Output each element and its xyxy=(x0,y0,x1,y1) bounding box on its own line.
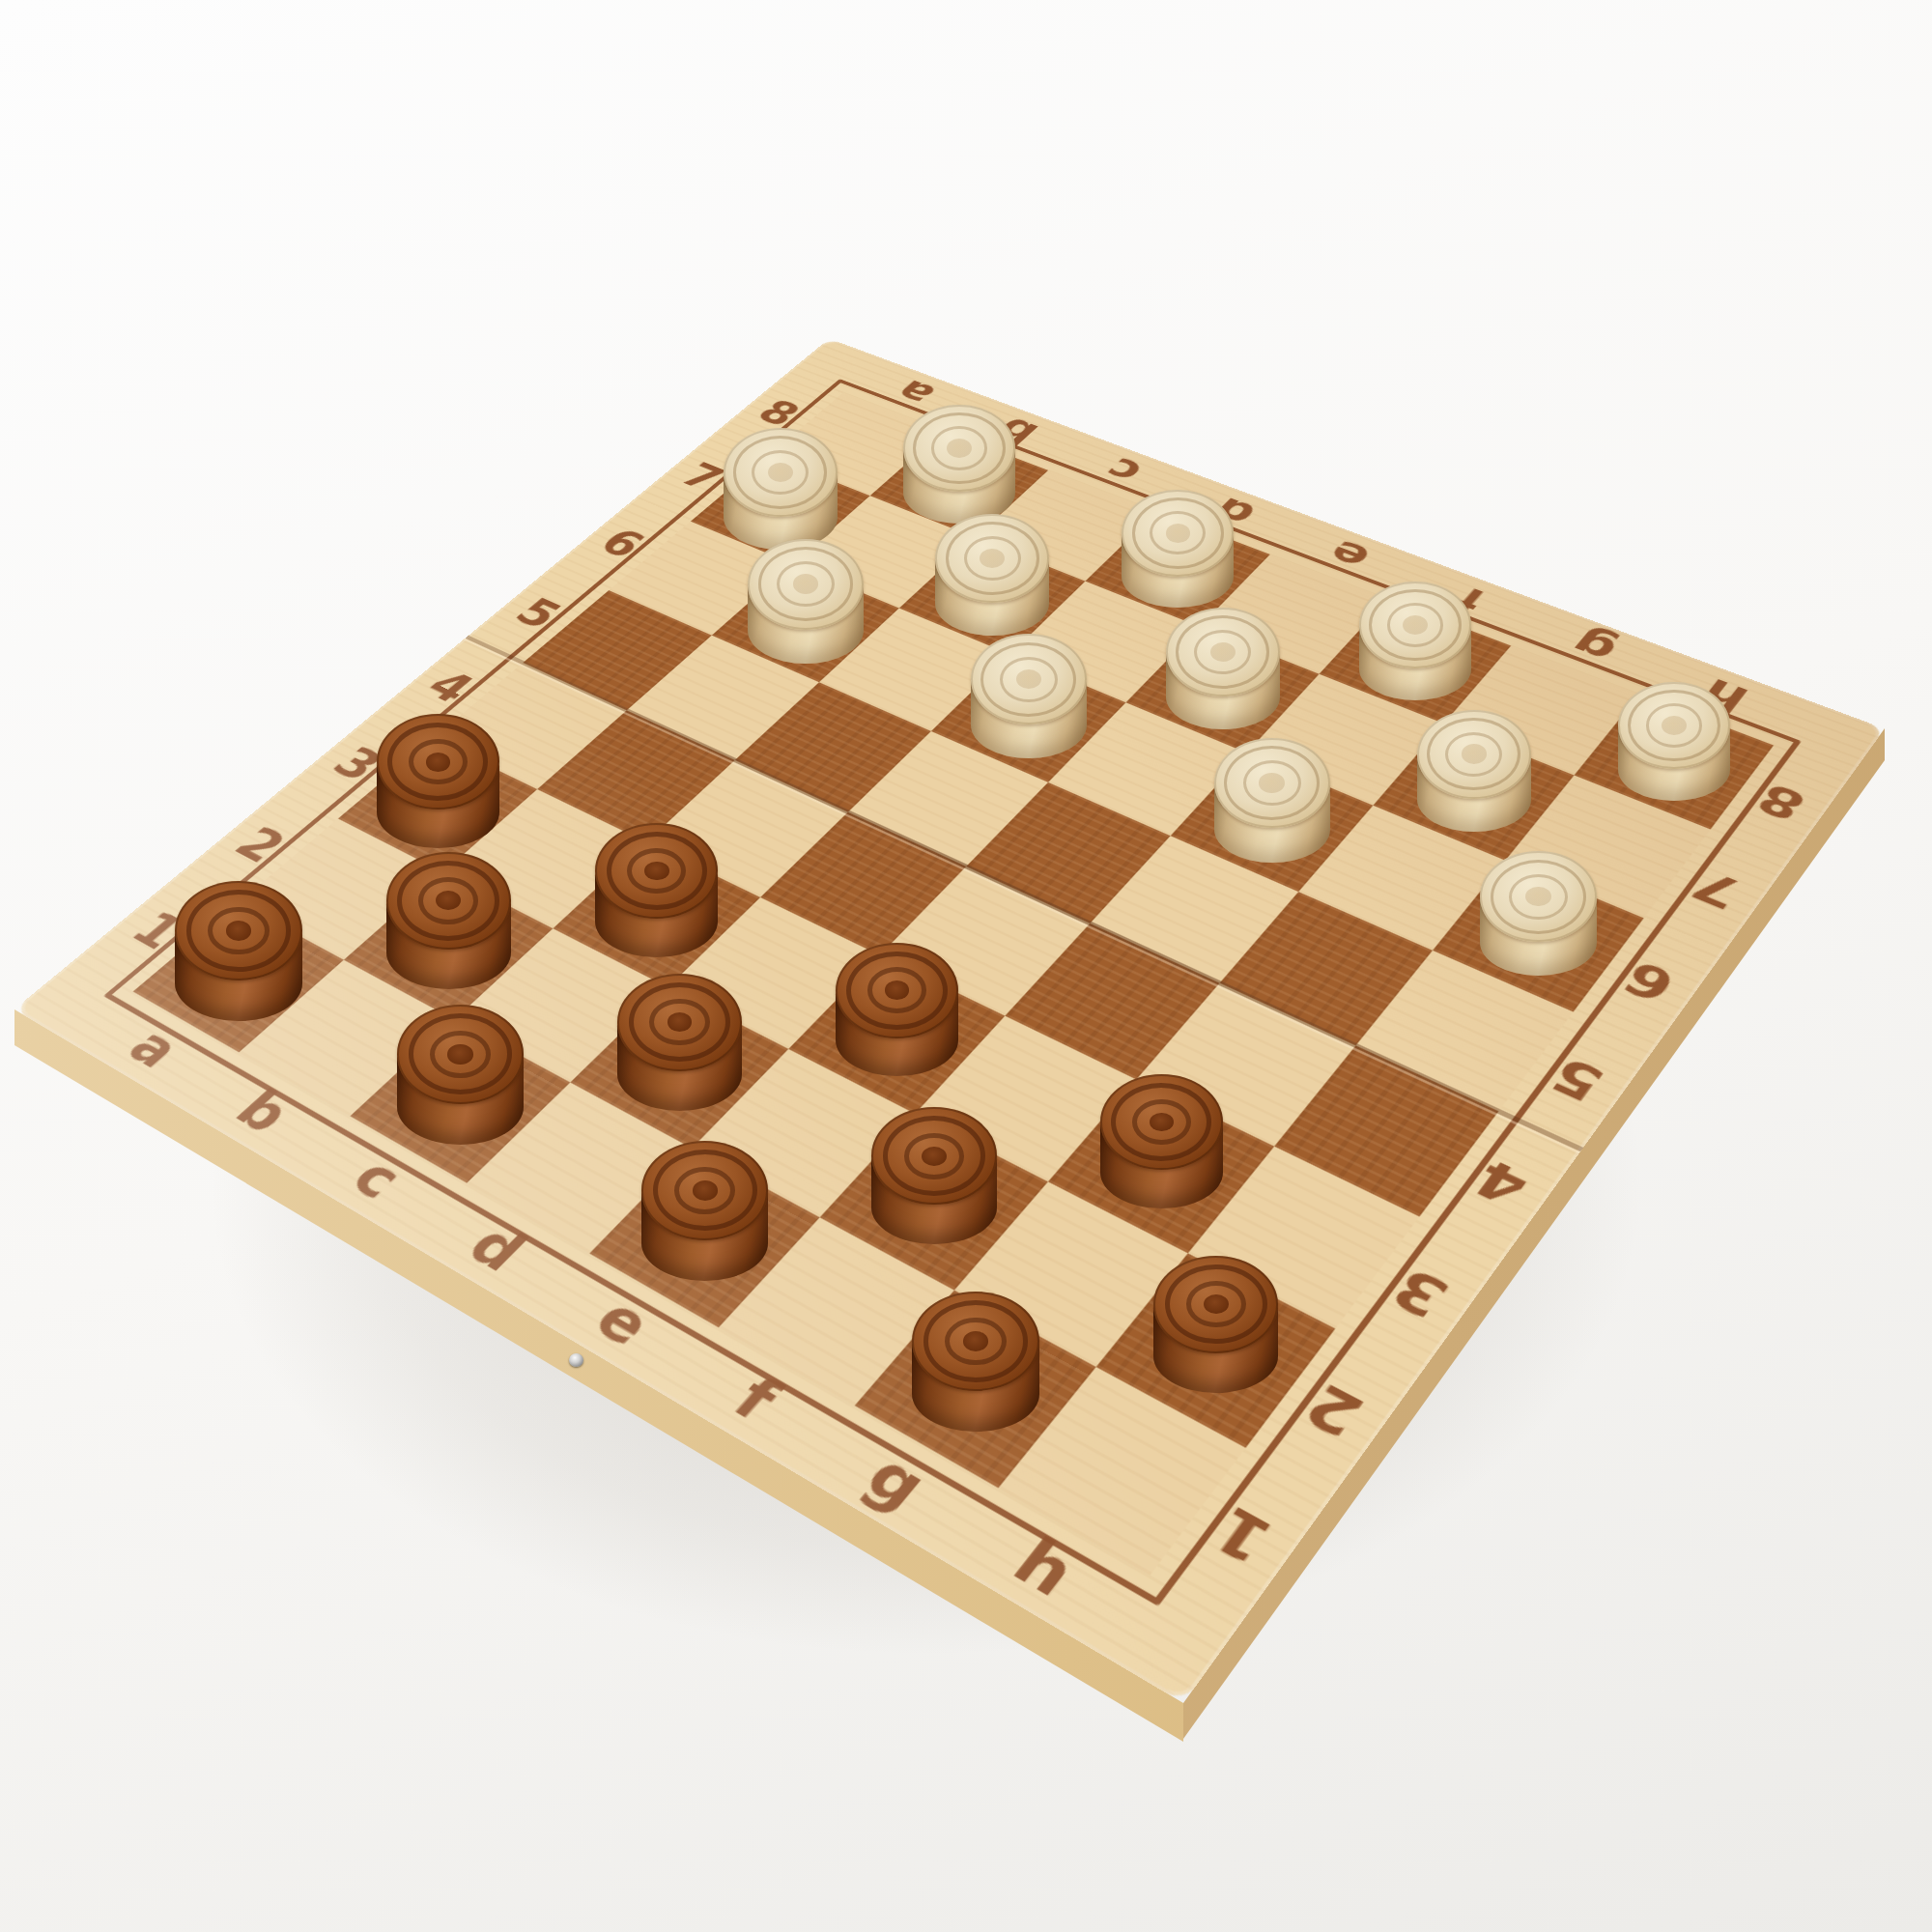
piece-ring xyxy=(693,1180,718,1201)
piece-top xyxy=(971,634,1087,724)
piece-top xyxy=(1153,1256,1278,1353)
piece-ring xyxy=(1166,524,1191,543)
piece-dark-d2[interactable] xyxy=(617,974,742,1124)
piece-dark-c1[interactable] xyxy=(397,1005,524,1158)
piece-ring xyxy=(644,862,668,881)
piece-dark-c3[interactable] xyxy=(595,823,718,971)
piece-ring xyxy=(1204,1294,1229,1314)
hinge-screw xyxy=(569,1353,583,1367)
piece-top xyxy=(935,514,1049,603)
piece-dark-e1[interactable] xyxy=(641,1141,768,1294)
piece-light-d6[interactable] xyxy=(971,634,1087,772)
piece-top xyxy=(724,428,838,517)
piece-top xyxy=(595,823,718,919)
piece-top xyxy=(748,539,864,630)
piece-ring xyxy=(1150,1113,1174,1132)
piece-top xyxy=(836,943,958,1038)
piece-top xyxy=(617,974,742,1071)
piece-ring xyxy=(226,921,251,941)
piece-ring xyxy=(947,439,972,458)
piece-dark-e3[interactable] xyxy=(836,943,958,1091)
piece-ring xyxy=(963,1331,988,1351)
piece-dark-a3[interactable] xyxy=(377,714,499,862)
piece-top xyxy=(1100,1074,1223,1170)
piece-light-f8[interactable] xyxy=(1359,582,1471,713)
piece-light-c7[interactable] xyxy=(935,514,1049,649)
piece-top xyxy=(397,1005,524,1103)
piece-top xyxy=(1417,710,1531,799)
piece-top xyxy=(1214,738,1330,829)
piece-ring xyxy=(768,463,793,482)
piece-light-h6[interactable] xyxy=(1480,851,1596,989)
piece-ring xyxy=(1259,773,1285,793)
piece-dark-g1[interactable] xyxy=(912,1292,1038,1445)
piece-ring xyxy=(1525,887,1551,907)
product-photo-scene: 88aa77bb66cc55dd44ee33ff22gg11hh xyxy=(0,0,1932,1932)
piece-ring xyxy=(1462,744,1487,763)
piece-top xyxy=(1166,608,1280,696)
piece-top xyxy=(641,1141,768,1239)
piece-top xyxy=(903,405,1015,492)
piece-top xyxy=(1359,582,1471,668)
piece-light-g7[interactable] xyxy=(1417,710,1531,845)
piece-ring xyxy=(1662,716,1687,735)
piece-top xyxy=(1618,682,1730,769)
piece-light-b6[interactable] xyxy=(748,539,864,677)
pieces-layer xyxy=(0,0,1932,1932)
piece-ring xyxy=(793,574,819,594)
piece-dark-a1[interactable] xyxy=(175,881,301,1035)
piece-dark-b2[interactable] xyxy=(386,852,511,1003)
piece-light-f6[interactable] xyxy=(1214,738,1330,876)
piece-dark-g3[interactable] xyxy=(1100,1074,1223,1222)
piece-ring xyxy=(1403,615,1428,635)
piece-ring xyxy=(922,1147,947,1166)
piece-ring xyxy=(447,1044,472,1065)
piece-top xyxy=(912,1292,1038,1390)
piece-light-d8[interactable] xyxy=(1122,490,1234,621)
piece-top xyxy=(175,881,301,980)
piece-top xyxy=(377,714,499,810)
piece-light-e7[interactable] xyxy=(1166,608,1280,743)
piece-top xyxy=(871,1107,996,1205)
piece-dark-f2[interactable] xyxy=(871,1107,996,1258)
piece-light-h8[interactable] xyxy=(1618,682,1730,813)
piece-ring xyxy=(1210,642,1236,662)
piece-top xyxy=(1122,490,1234,577)
piece-ring xyxy=(426,753,450,772)
piece-dark-h2[interactable] xyxy=(1153,1256,1278,1406)
piece-top xyxy=(1480,851,1596,942)
piece-top xyxy=(386,852,511,950)
